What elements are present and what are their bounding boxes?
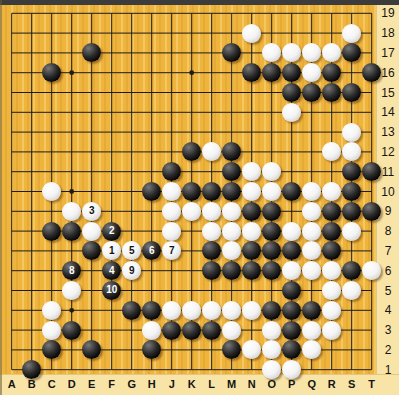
intersection-C9[interactable] — [42, 201, 62, 221]
intersection-D4[interactable] — [62, 300, 82, 320]
intersection-N15[interactable] — [242, 83, 262, 103]
intersection-L17[interactable] — [202, 43, 222, 63]
intersection-N14[interactable] — [242, 102, 262, 122]
intersection-L18[interactable] — [202, 23, 222, 43]
intersection-S10[interactable] — [342, 182, 362, 202]
intersection-L10[interactable] — [202, 182, 222, 202]
intersection-D19[interactable] — [62, 3, 82, 23]
intersection-R19[interactable] — [322, 3, 342, 23]
intersection-C3[interactable] — [42, 320, 62, 340]
intersection-S8[interactable] — [342, 221, 362, 241]
intersection-Q10[interactable] — [302, 182, 322, 202]
intersection-F1[interactable] — [102, 360, 122, 380]
intersection-Q2[interactable] — [302, 340, 322, 360]
intersection-H6[interactable] — [142, 261, 162, 281]
intersection-G18[interactable] — [122, 23, 142, 43]
intersection-P6[interactable] — [282, 261, 302, 281]
intersection-P8[interactable] — [282, 221, 302, 241]
intersection-E19[interactable] — [82, 3, 102, 23]
intersection-R17[interactable] — [322, 43, 342, 63]
intersection-F16[interactable] — [102, 63, 122, 83]
intersection-Q17[interactable] — [302, 43, 322, 63]
intersection-L5[interactable] — [202, 281, 222, 301]
intersection-L6[interactable] — [202, 261, 222, 281]
intersection-Q11[interactable] — [302, 162, 322, 182]
intersection-Q13[interactable] — [302, 122, 322, 142]
intersection-R8[interactable] — [322, 221, 342, 241]
intersection-F7[interactable]: 1 — [102, 241, 122, 261]
intersection-J19[interactable] — [162, 3, 182, 23]
intersection-K18[interactable] — [182, 23, 202, 43]
intersection-A16[interactable] — [2, 63, 22, 83]
intersection-O3[interactable] — [262, 320, 282, 340]
intersection-F15[interactable] — [102, 83, 122, 103]
intersection-N18[interactable] — [242, 23, 262, 43]
intersection-A19[interactable] — [2, 3, 22, 23]
intersection-B19[interactable] — [22, 3, 42, 23]
intersection-C17[interactable] — [42, 43, 62, 63]
intersection-R6[interactable] — [322, 261, 342, 281]
intersection-S11[interactable] — [342, 162, 362, 182]
intersection-O2[interactable] — [262, 340, 282, 360]
intersection-L16[interactable] — [202, 63, 222, 83]
intersection-K15[interactable] — [182, 83, 202, 103]
intersection-H11[interactable] — [142, 162, 162, 182]
intersection-P10[interactable] — [282, 182, 302, 202]
intersection-D6[interactable]: 8 — [62, 261, 82, 281]
intersection-B3[interactable] — [22, 320, 42, 340]
intersection-H19[interactable] — [142, 3, 162, 23]
intersection-P11[interactable] — [282, 162, 302, 182]
intersection-Q15[interactable] — [302, 83, 322, 103]
intersection-K3[interactable] — [182, 320, 202, 340]
intersection-R10[interactable] — [322, 182, 342, 202]
intersection-M1[interactable] — [222, 360, 242, 380]
intersection-C13[interactable] — [42, 122, 62, 142]
intersection-O17[interactable] — [262, 43, 282, 63]
intersection-R15[interactable] — [322, 83, 342, 103]
intersection-A13[interactable] — [2, 122, 22, 142]
intersection-H12[interactable] — [142, 142, 162, 162]
intersection-F19[interactable] — [102, 3, 122, 23]
intersection-F6[interactable]: 4 — [102, 261, 122, 281]
intersection-H18[interactable] — [142, 23, 162, 43]
intersection-R1[interactable] — [322, 360, 342, 380]
intersection-R5[interactable] — [322, 281, 342, 301]
intersection-F4[interactable] — [102, 300, 122, 320]
intersection-G10[interactable] — [122, 182, 142, 202]
intersection-F13[interactable] — [102, 122, 122, 142]
intersection-Q12[interactable] — [302, 142, 322, 162]
intersection-F3[interactable] — [102, 320, 122, 340]
intersection-P13[interactable] — [282, 122, 302, 142]
intersection-E5[interactable] — [82, 281, 102, 301]
intersection-P14[interactable] — [282, 102, 302, 122]
intersection-A17[interactable] — [2, 43, 22, 63]
intersection-N16[interactable] — [242, 63, 262, 83]
intersection-E16[interactable] — [82, 63, 102, 83]
intersection-M9[interactable] — [222, 201, 242, 221]
intersection-N19[interactable] — [242, 3, 262, 23]
intersection-G7[interactable]: 5 — [122, 241, 142, 261]
intersection-C10[interactable] — [42, 182, 62, 202]
intersection-B6[interactable] — [22, 261, 42, 281]
intersection-J17[interactable] — [162, 43, 182, 63]
intersection-F8[interactable]: 2 — [102, 221, 122, 241]
intersection-C18[interactable] — [42, 23, 62, 43]
intersection-B10[interactable] — [22, 182, 42, 202]
intersection-S13[interactable] — [342, 122, 362, 142]
intersection-E10[interactable] — [82, 182, 102, 202]
intersection-N12[interactable] — [242, 142, 262, 162]
intersection-L8[interactable] — [202, 221, 222, 241]
intersection-K17[interactable] — [182, 43, 202, 63]
intersection-F14[interactable] — [102, 102, 122, 122]
intersection-R3[interactable] — [322, 320, 342, 340]
intersection-S9[interactable] — [342, 201, 362, 221]
intersection-B16[interactable] — [22, 63, 42, 83]
intersection-L4[interactable] — [202, 300, 222, 320]
intersection-O11[interactable] — [262, 162, 282, 182]
intersection-C11[interactable] — [42, 162, 62, 182]
intersection-M12[interactable] — [222, 142, 242, 162]
intersection-N17[interactable] — [242, 43, 262, 63]
intersection-B4[interactable] — [22, 300, 42, 320]
intersection-P2[interactable] — [282, 340, 302, 360]
intersection-K5[interactable] — [182, 281, 202, 301]
intersection-M11[interactable] — [222, 162, 242, 182]
intersection-S12[interactable] — [342, 142, 362, 162]
intersection-K14[interactable] — [182, 102, 202, 122]
intersection-A3[interactable] — [2, 320, 22, 340]
intersection-K9[interactable] — [182, 201, 202, 221]
intersection-E8[interactable] — [82, 221, 102, 241]
intersection-P17[interactable] — [282, 43, 302, 63]
intersection-H2[interactable] — [142, 340, 162, 360]
intersection-J13[interactable] — [162, 122, 182, 142]
intersection-P4[interactable] — [282, 300, 302, 320]
intersection-G16[interactable] — [122, 63, 142, 83]
intersection-D12[interactable] — [62, 142, 82, 162]
intersection-L3[interactable] — [202, 320, 222, 340]
intersection-S5[interactable] — [342, 281, 362, 301]
intersection-F2[interactable] — [102, 340, 122, 360]
intersection-G17[interactable] — [122, 43, 142, 63]
intersection-G13[interactable] — [122, 122, 142, 142]
intersection-A9[interactable] — [2, 201, 22, 221]
intersection-D9[interactable] — [62, 201, 82, 221]
intersection-K13[interactable] — [182, 122, 202, 142]
intersection-O8[interactable] — [262, 221, 282, 241]
intersection-B13[interactable] — [22, 122, 42, 142]
intersection-F12[interactable] — [102, 142, 122, 162]
intersection-K19[interactable] — [182, 3, 202, 23]
intersection-P19[interactable] — [282, 3, 302, 23]
intersection-S15[interactable] — [342, 83, 362, 103]
intersection-O5[interactable] — [262, 281, 282, 301]
intersection-O19[interactable] — [262, 3, 282, 23]
intersection-O13[interactable] — [262, 122, 282, 142]
intersection-Q7[interactable] — [302, 241, 322, 261]
intersection-R13[interactable] — [322, 122, 342, 142]
intersection-J7[interactable]: 7 — [162, 241, 182, 261]
intersection-M8[interactable] — [222, 221, 242, 241]
intersection-D17[interactable] — [62, 43, 82, 63]
intersection-O10[interactable] — [262, 182, 282, 202]
intersection-J5[interactable] — [162, 281, 182, 301]
intersection-M15[interactable] — [222, 83, 242, 103]
intersection-P7[interactable] — [282, 241, 302, 261]
intersection-J11[interactable] — [162, 162, 182, 182]
intersection-B9[interactable] — [22, 201, 42, 221]
intersection-E18[interactable] — [82, 23, 102, 43]
intersection-G11[interactable] — [122, 162, 142, 182]
intersection-L7[interactable] — [202, 241, 222, 261]
intersection-N2[interactable] — [242, 340, 262, 360]
intersection-O7[interactable] — [262, 241, 282, 261]
intersection-K4[interactable] — [182, 300, 202, 320]
intersection-R9[interactable] — [322, 201, 342, 221]
intersection-J9[interactable] — [162, 201, 182, 221]
intersection-F9[interactable] — [102, 201, 122, 221]
intersection-F5[interactable]: 10 — [102, 281, 122, 301]
intersection-G8[interactable] — [122, 221, 142, 241]
intersection-E11[interactable] — [82, 162, 102, 182]
intersection-J8[interactable] — [162, 221, 182, 241]
intersection-J14[interactable] — [162, 102, 182, 122]
intersection-D1[interactable] — [62, 360, 82, 380]
intersection-N9[interactable] — [242, 201, 262, 221]
intersection-A10[interactable] — [2, 182, 22, 202]
intersection-E14[interactable] — [82, 102, 102, 122]
intersection-J16[interactable] — [162, 63, 182, 83]
intersection-H3[interactable] — [142, 320, 162, 340]
intersection-K8[interactable] — [182, 221, 202, 241]
intersection-Q18[interactable] — [302, 23, 322, 43]
intersection-N7[interactable] — [242, 241, 262, 261]
intersection-A11[interactable] — [2, 162, 22, 182]
intersection-K6[interactable] — [182, 261, 202, 281]
intersection-N4[interactable] — [242, 300, 262, 320]
intersection-O6[interactable] — [262, 261, 282, 281]
intersection-B2[interactable] — [22, 340, 42, 360]
intersection-G2[interactable] — [122, 340, 142, 360]
intersection-H9[interactable] — [142, 201, 162, 221]
intersection-S14[interactable] — [342, 102, 362, 122]
intersection-H17[interactable] — [142, 43, 162, 63]
intersection-A1[interactable] — [2, 360, 22, 380]
intersection-B12[interactable] — [22, 142, 42, 162]
intersection-P18[interactable] — [282, 23, 302, 43]
intersection-O9[interactable] — [262, 201, 282, 221]
intersection-G5[interactable] — [122, 281, 142, 301]
intersection-M5[interactable] — [222, 281, 242, 301]
intersection-O12[interactable] — [262, 142, 282, 162]
intersection-L14[interactable] — [202, 102, 222, 122]
intersection-B11[interactable] — [22, 162, 42, 182]
intersection-H4[interactable] — [142, 300, 162, 320]
intersection-K10[interactable] — [182, 182, 202, 202]
intersection-G4[interactable] — [122, 300, 142, 320]
intersection-M13[interactable] — [222, 122, 242, 142]
intersection-H13[interactable] — [142, 122, 162, 142]
intersection-S18[interactable] — [342, 23, 362, 43]
intersection-E13[interactable] — [82, 122, 102, 142]
intersection-M17[interactable] — [222, 43, 242, 63]
intersection-B14[interactable] — [22, 102, 42, 122]
intersection-O1[interactable] — [262, 360, 282, 380]
intersection-O14[interactable] — [262, 102, 282, 122]
intersection-E12[interactable] — [82, 142, 102, 162]
intersection-J12[interactable] — [162, 142, 182, 162]
intersection-J10[interactable] — [162, 182, 182, 202]
intersection-H7[interactable]: 6 — [142, 241, 162, 261]
intersection-E9[interactable]: 3 — [82, 201, 102, 221]
intersection-H1[interactable] — [142, 360, 162, 380]
intersection-G15[interactable] — [122, 83, 142, 103]
intersection-Q16[interactable] — [302, 63, 322, 83]
intersection-H8[interactable] — [142, 221, 162, 241]
intersection-A2[interactable] — [2, 340, 22, 360]
intersection-H10[interactable] — [142, 182, 162, 202]
intersection-P1[interactable] — [282, 360, 302, 380]
intersection-L9[interactable] — [202, 201, 222, 221]
intersection-B18[interactable] — [22, 23, 42, 43]
intersection-D11[interactable] — [62, 162, 82, 182]
intersection-A8[interactable] — [2, 221, 22, 241]
intersection-D16[interactable] — [62, 63, 82, 83]
intersection-J15[interactable] — [162, 83, 182, 103]
intersection-D8[interactable] — [62, 221, 82, 241]
intersection-M18[interactable] — [222, 23, 242, 43]
intersection-M3[interactable] — [222, 320, 242, 340]
intersection-G1[interactable] — [122, 360, 142, 380]
intersection-F18[interactable] — [102, 23, 122, 43]
intersection-A12[interactable] — [2, 142, 22, 162]
intersection-G3[interactable] — [122, 320, 142, 340]
intersection-A6[interactable] — [2, 261, 22, 281]
intersection-R7[interactable] — [322, 241, 342, 261]
intersection-C12[interactable] — [42, 142, 62, 162]
intersection-J6[interactable] — [162, 261, 182, 281]
intersection-A18[interactable] — [2, 23, 22, 43]
intersection-K2[interactable] — [182, 340, 202, 360]
intersection-B5[interactable] — [22, 281, 42, 301]
intersection-Q4[interactable] — [302, 300, 322, 320]
intersection-C1[interactable] — [42, 360, 62, 380]
intersection-S16[interactable] — [342, 63, 362, 83]
intersection-D10[interactable] — [62, 182, 82, 202]
intersection-P9[interactable] — [282, 201, 302, 221]
intersection-P16[interactable] — [282, 63, 302, 83]
intersection-J2[interactable] — [162, 340, 182, 360]
intersection-R11[interactable] — [322, 162, 342, 182]
intersection-L2[interactable] — [202, 340, 222, 360]
intersection-E15[interactable] — [82, 83, 102, 103]
intersection-A5[interactable] — [2, 281, 22, 301]
intersection-N10[interactable] — [242, 182, 262, 202]
intersection-M2[interactable] — [222, 340, 242, 360]
intersection-S1[interactable] — [342, 360, 362, 380]
intersection-O16[interactable] — [262, 63, 282, 83]
intersection-Q6[interactable] — [302, 261, 322, 281]
intersection-Q8[interactable] — [302, 221, 322, 241]
intersection-C5[interactable] — [42, 281, 62, 301]
intersection-Q3[interactable] — [302, 320, 322, 340]
intersection-B15[interactable] — [22, 83, 42, 103]
intersection-Q9[interactable] — [302, 201, 322, 221]
intersection-B7[interactable] — [22, 241, 42, 261]
intersection-C14[interactable] — [42, 102, 62, 122]
intersection-R12[interactable] — [322, 142, 342, 162]
intersection-D7[interactable] — [62, 241, 82, 261]
intersection-C6[interactable] — [42, 261, 62, 281]
intersection-L11[interactable] — [202, 162, 222, 182]
intersection-M16[interactable] — [222, 63, 242, 83]
intersection-Q5[interactable] — [302, 281, 322, 301]
intersection-G14[interactable] — [122, 102, 142, 122]
intersection-A14[interactable] — [2, 102, 22, 122]
intersection-K7[interactable] — [182, 241, 202, 261]
intersection-N8[interactable] — [242, 221, 262, 241]
intersection-A4[interactable] — [2, 300, 22, 320]
intersection-N11[interactable] — [242, 162, 262, 182]
intersection-F10[interactable] — [102, 182, 122, 202]
intersection-D13[interactable] — [62, 122, 82, 142]
intersection-J3[interactable] — [162, 320, 182, 340]
intersection-B8[interactable] — [22, 221, 42, 241]
intersection-D15[interactable] — [62, 83, 82, 103]
intersection-L19[interactable] — [202, 3, 222, 23]
intersection-J1[interactable] — [162, 360, 182, 380]
intersection-M7[interactable] — [222, 241, 242, 261]
intersection-S19[interactable] — [342, 3, 362, 23]
intersection-L1[interactable] — [202, 360, 222, 380]
intersection-E4[interactable] — [82, 300, 102, 320]
intersection-N6[interactable] — [242, 261, 262, 281]
intersection-D5[interactable] — [62, 281, 82, 301]
intersection-C4[interactable] — [42, 300, 62, 320]
intersection-O15[interactable] — [262, 83, 282, 103]
intersection-P3[interactable] — [282, 320, 302, 340]
intersection-K12[interactable] — [182, 142, 202, 162]
intersection-S6[interactable] — [342, 261, 362, 281]
intersection-R18[interactable] — [322, 23, 342, 43]
intersection-G12[interactable] — [122, 142, 142, 162]
intersection-E3[interactable] — [82, 320, 102, 340]
intersection-F11[interactable] — [102, 162, 122, 182]
intersection-E1[interactable] — [82, 360, 102, 380]
intersection-P15[interactable] — [282, 83, 302, 103]
intersection-R14[interactable] — [322, 102, 342, 122]
intersection-H16[interactable] — [142, 63, 162, 83]
intersection-S4[interactable] — [342, 300, 362, 320]
intersection-R4[interactable] — [322, 300, 342, 320]
intersection-G9[interactable] — [122, 201, 142, 221]
intersection-K1[interactable] — [182, 360, 202, 380]
intersection-K11[interactable] — [182, 162, 202, 182]
intersection-B1[interactable] — [22, 360, 42, 380]
intersection-L15[interactable] — [202, 83, 222, 103]
intersection-H5[interactable] — [142, 281, 162, 301]
intersection-C8[interactable] — [42, 221, 62, 241]
intersection-L12[interactable] — [202, 142, 222, 162]
intersection-C7[interactable] — [42, 241, 62, 261]
intersection-O18[interactable] — [262, 23, 282, 43]
intersection-N3[interactable] — [242, 320, 262, 340]
intersection-B17[interactable] — [22, 43, 42, 63]
intersection-L13[interactable] — [202, 122, 222, 142]
